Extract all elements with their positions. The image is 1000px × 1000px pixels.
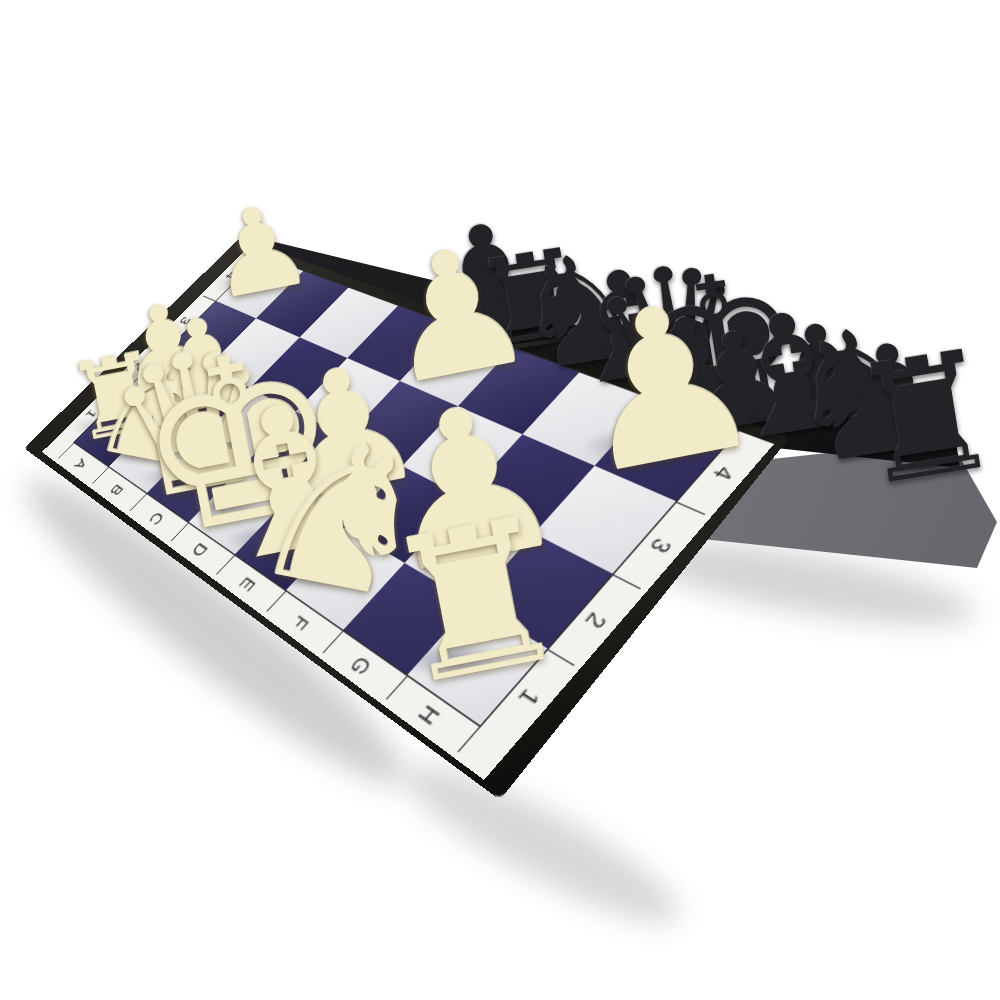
chess-set-photo: MADE IN VIETNAM 4321 4321 ABCDEFGH ♟♟♜♞♟… <box>0 0 1000 1000</box>
black-rook-piece[interactable]: ♜ <box>926 468 1000 632</box>
white-pawn-piece[interactable]: ♟ <box>664 449 852 658</box>
pieces-layer: ♟♟♜♞♟♝♟♛♚♟♟♟♟♝♜♟♞♟♞♜♛♟♚♝♟♞♜ <box>0 0 1000 1000</box>
white-rook-piece[interactable]: ♜ <box>476 662 655 861</box>
